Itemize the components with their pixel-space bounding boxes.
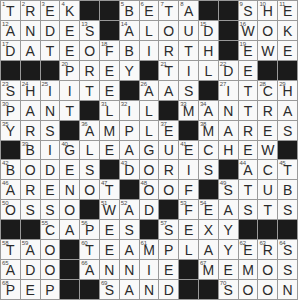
cell-r12c11[interactable]: X (199, 220, 218, 239)
cell-r10c1[interactable]: 46A (1, 180, 20, 199)
cell-letter: T (264, 203, 273, 219)
cell-r6c14[interactable]: R (258, 101, 277, 120)
clue-number: 54 (200, 200, 206, 207)
clue-number: 36 (81, 121, 87, 128)
cell-r3c2[interactable]: A (21, 41, 40, 60)
black-cell-r12c14 (258, 220, 277, 239)
cell-r11c12[interactable]: A (219, 200, 238, 219)
cell-letter: E (105, 243, 114, 259)
clue-number: 16 (240, 21, 246, 28)
cell-r10c13[interactable]: T (239, 180, 258, 199)
cell-r1c2[interactable]: 2R (21, 1, 40, 20)
cell-r10c14[interactable]: U (258, 180, 277, 199)
cell-letter: N (25, 24, 35, 40)
cell-r1c15[interactable]: 11E (278, 1, 297, 20)
cell-letter: O (144, 163, 155, 179)
cell-r3c7[interactable]: B (120, 41, 139, 60)
clue-number: 63 (259, 240, 265, 247)
cell-r8c5[interactable]: L (80, 141, 99, 160)
cell-r8c7[interactable]: A (120, 141, 139, 160)
cell-r15c14[interactable]: O (258, 280, 277, 299)
cell-r12c5[interactable]: 56P (80, 220, 99, 239)
clue-number: 44 (240, 160, 246, 167)
cell-r15c2[interactable]: E (21, 280, 40, 299)
cell-r15c15[interactable]: N (278, 280, 297, 299)
clue-number: 46 (2, 180, 8, 187)
crossword-grid: 1T2R3E4K5B6E7T8A9S10H11E12ANDE13S14ALOU1… (0, 0, 298, 300)
cell-r15c7[interactable]: A (120, 280, 139, 299)
black-cell-r10c11 (199, 180, 218, 199)
cell-r6c7[interactable]: 32I (120, 101, 139, 120)
cell-r3c15[interactable]: E (278, 41, 297, 60)
cell-r14c12[interactable]: E (219, 260, 238, 279)
cell-letter: E (283, 44, 292, 60)
clue-number: 27 (220, 81, 226, 88)
cell-r1c14[interactable]: 10H (258, 1, 277, 20)
cell-r15c1[interactable]: 68P (1, 280, 20, 299)
cell-r6c6[interactable]: 31L (100, 101, 119, 120)
cell-r11c7[interactable]: 52A (120, 200, 139, 219)
cell-r12c7[interactable]: S (120, 220, 139, 239)
cell-r15c6[interactable]: 69S (100, 280, 119, 299)
cell-letter: N (45, 104, 55, 120)
cell-letter: T (244, 104, 253, 120)
black-cell-r2c12 (219, 21, 238, 40)
cell-r8c11[interactable]: C (199, 141, 218, 160)
clue-number: 66 (81, 260, 87, 267)
clue-number: 61 (141, 240, 147, 247)
cell-r11c11[interactable]: 54E (199, 200, 218, 219)
black-cell-r15c5 (80, 280, 99, 299)
cell-r5c14[interactable]: 28C (258, 81, 277, 100)
cell-r8c13[interactable]: E (239, 141, 258, 160)
cell-letter: L (204, 64, 212, 80)
cell-letter: I (68, 84, 72, 100)
clue-number: 47 (101, 180, 107, 187)
cell-r2c14[interactable]: O (258, 21, 277, 40)
cell-letter: I (226, 84, 230, 100)
cell-letter: C (203, 143, 213, 159)
cell-r5c15[interactable]: 29H (278, 81, 297, 100)
cell-r10c4[interactable]: N (60, 180, 79, 199)
cell-r9c14[interactable]: C (258, 160, 277, 179)
cell-letter: S (204, 163, 213, 179)
clue-number: 52 (121, 200, 127, 207)
cell-r13c5[interactable]: 60T (80, 240, 99, 259)
cell-r6c8[interactable]: L (140, 101, 159, 120)
cell-r7c1[interactable]: 35Y (1, 121, 20, 140)
cell-r1c3[interactable]: 3E (41, 1, 60, 20)
black-cell-r12c8 (140, 220, 159, 239)
clue-number: 55 (42, 220, 48, 227)
cell-r5c5[interactable]: T (80, 81, 99, 100)
clue-number: 65 (2, 260, 8, 267)
cell-r9c7[interactable]: 43D (120, 160, 139, 179)
black-cell-r4c14 (258, 61, 277, 80)
cell-r2c15[interactable]: K (278, 21, 297, 40)
cell-r8c12[interactable]: H (219, 141, 238, 160)
cell-r14c5[interactable]: 66A (80, 260, 99, 279)
cell-r8c3[interactable]: I (41, 141, 60, 160)
clue-number: 37 (160, 121, 166, 128)
cell-letter: A (65, 223, 74, 239)
cell-r7c6[interactable]: M (100, 121, 119, 140)
cell-r7c8[interactable]: L (140, 121, 159, 140)
cell-r1c9[interactable]: 7T (159, 1, 178, 20)
cell-r2c8[interactable]: L (140, 21, 159, 40)
cell-letter: L (145, 124, 153, 140)
clue-number: 45 (279, 160, 285, 167)
cell-r9c10[interactable]: I (179, 160, 198, 179)
cell-r10c3[interactable]: E (41, 180, 60, 199)
black-cell-r12c13 (239, 220, 258, 239)
cell-letter: T (165, 4, 174, 20)
cell-r12c6[interactable]: E (100, 220, 119, 239)
cell-r6c2[interactable]: A (21, 101, 40, 120)
cell-r13c14[interactable]: 63R (258, 240, 277, 259)
cell-r1c13[interactable]: 9S (239, 1, 258, 20)
cell-r13c1[interactable]: 58T (1, 240, 20, 259)
cell-letter: I (187, 64, 191, 80)
black-cell-r7c10 (179, 121, 198, 140)
cell-r12c9[interactable]: 57S (159, 220, 178, 239)
cell-r13c6[interactable]: E (100, 240, 119, 259)
clue-number: 18 (101, 41, 107, 48)
cell-r1c7[interactable]: 5B (120, 1, 139, 20)
cell-r3c1[interactable]: 17D (1, 41, 20, 60)
cell-r1c4[interactable]: 4K (60, 1, 79, 20)
black-cell-r9c12 (219, 160, 238, 179)
cell-letter: A (184, 4, 193, 20)
cell-r4c5[interactable]: R (80, 61, 99, 80)
cell-r3c13[interactable]: 19E (239, 41, 258, 60)
cell-r10c15[interactable]: B (278, 180, 297, 199)
cell-r5c10[interactable]: S (179, 81, 198, 100)
cell-letter: N (144, 283, 154, 299)
cell-letter: P (45, 283, 54, 299)
cell-r13c10[interactable]: L (179, 240, 198, 259)
cell-r8c14[interactable]: W (258, 141, 277, 160)
cell-r8c10[interactable]: 41E (179, 141, 198, 160)
cell-letter: A (125, 243, 134, 259)
cell-r2c2[interactable]: N (21, 21, 40, 40)
cell-r4c6[interactable]: E (100, 61, 119, 80)
cell-r6c11[interactable]: 34A (199, 101, 218, 120)
black-cell-r6c9 (159, 101, 178, 120)
black-cell-r15c11 (199, 280, 218, 299)
cell-r9c2[interactable]: O (21, 160, 40, 179)
cell-r6c15[interactable]: A (278, 101, 297, 120)
cell-r11c1[interactable]: 50O (1, 200, 20, 219)
cell-r6c12[interactable]: N (219, 101, 238, 120)
cell-r7c9[interactable]: 37E (159, 121, 178, 140)
cell-letter: O (84, 183, 95, 199)
cell-letter: R (164, 44, 174, 60)
clue-number: 41 (180, 141, 186, 148)
cell-r13c9[interactable]: P (159, 240, 178, 259)
cell-r3c5[interactable]: O (80, 41, 99, 60)
cell-r1c10[interactable]: 8A (179, 1, 198, 20)
cell-r14c13[interactable]: M (239, 260, 258, 279)
cell-r2c4[interactable]: E (60, 21, 79, 40)
cell-r11c6[interactable]: 51W (100, 200, 119, 219)
black-cell-r15c4 (60, 280, 79, 299)
cell-r15c3[interactable]: P (41, 280, 60, 299)
cell-letter: M (104, 124, 116, 140)
cell-r9c4[interactable]: E (60, 160, 79, 179)
clue-number: 48 (141, 180, 147, 187)
cell-r6c13[interactable]: T (239, 101, 258, 120)
cell-letter: O (262, 283, 273, 299)
cell-r4c9[interactable]: 21T (159, 61, 178, 80)
black-cell-r1c6 (100, 1, 119, 20)
cell-r1c8[interactable]: 6E (140, 1, 159, 20)
clue-number: 7 (160, 1, 163, 8)
cell-r11c13[interactable]: S (239, 200, 258, 219)
cell-r9c3[interactable]: D (41, 160, 60, 179)
clue-number: 1 (2, 1, 5, 8)
cell-letter: S (26, 203, 35, 219)
cell-r8c8[interactable]: G (140, 141, 159, 160)
cell-r4c7[interactable]: Y (120, 61, 139, 80)
cell-r14c15[interactable]: S (278, 260, 297, 279)
cell-r12c12[interactable]: Y (219, 220, 238, 239)
cell-r15c9[interactable]: D (159, 280, 178, 299)
cell-r7c14[interactable]: E (258, 121, 277, 140)
cell-r6c1[interactable]: 30P (1, 101, 20, 120)
cell-r5c3[interactable]: 25I (41, 81, 60, 100)
cell-r10c8[interactable]: 48O (140, 180, 159, 199)
clue-number: 17 (2, 41, 8, 48)
cell-letter: T (6, 4, 15, 20)
cell-r2c1[interactable]: 12A (1, 21, 20, 40)
cell-r10c9[interactable]: O (159, 180, 178, 199)
cell-letter: E (105, 223, 114, 239)
cell-r5c6[interactable]: E (100, 81, 119, 100)
cell-r4c13[interactable]: E (239, 61, 258, 80)
cell-r3c4[interactable]: E (60, 41, 79, 60)
cell-letter: S (45, 203, 54, 219)
cell-r3c6[interactable]: 18F (100, 41, 119, 60)
cell-letter: C (263, 163, 273, 179)
cell-letter: S (45, 124, 54, 140)
clue-number: 69 (101, 280, 107, 287)
cell-r10c10[interactable]: F (179, 180, 198, 199)
cell-r1c1[interactable]: 1T (1, 1, 20, 20)
clue-number: 33 (180, 101, 186, 108)
cell-r14c14[interactable]: O (258, 260, 277, 279)
clue-number: 64 (279, 240, 285, 247)
cell-letter: R (164, 163, 174, 179)
black-cell-r13c4 (60, 240, 79, 259)
cell-letter: R (25, 124, 35, 140)
cell-r3c11[interactable]: H (199, 41, 218, 60)
cell-r9c5[interactable]: S (80, 160, 99, 179)
cell-r13c15[interactable]: 64S (278, 240, 297, 259)
cell-r9c13[interactable]: 44A (239, 160, 258, 179)
cell-r13c12[interactable]: Y (219, 240, 238, 259)
cell-r11c10[interactable]: 53F (179, 200, 198, 219)
clue-number: 21 (160, 61, 166, 68)
cell-r3c9[interactable]: R (159, 41, 178, 60)
cell-r6c4[interactable]: T (60, 101, 79, 120)
cell-r4c11[interactable]: L (199, 61, 218, 80)
cell-letter: P (164, 243, 173, 259)
cell-letter: I (127, 104, 131, 120)
black-cell-r11c9 (159, 200, 178, 219)
cell-letter: E (105, 64, 114, 80)
cell-r6c3[interactable]: N (41, 101, 60, 120)
cell-r8c4[interactable]: 40G (60, 141, 79, 160)
cell-r8c6[interactable]: E (100, 141, 119, 160)
cell-r5c8[interactable]: 26A (140, 81, 159, 100)
cell-letter: O (25, 163, 36, 179)
black-cell-r4c1 (1, 61, 20, 80)
cell-r2c3[interactable]: D (41, 21, 60, 40)
cell-r6c10[interactable]: 33M (179, 101, 198, 120)
cell-r7c7[interactable]: P (120, 121, 139, 140)
black-cell-r4c2 (21, 61, 40, 80)
cell-letter: D (45, 163, 55, 179)
cell-letter: R (263, 104, 273, 120)
black-cell-r9c6 (100, 160, 119, 179)
cell-r15c12[interactable]: 70S (219, 280, 238, 299)
cell-letter: S (184, 84, 193, 100)
clue-number: 68 (2, 280, 8, 287)
cell-r7c12[interactable]: A (219, 121, 238, 140)
cell-r14c6[interactable]: N (100, 260, 119, 279)
cell-r14c9[interactable]: E (159, 260, 178, 279)
cell-r11c14[interactable]: T (258, 200, 277, 219)
cell-letter: S (283, 203, 292, 219)
clue-number: 57 (160, 220, 166, 227)
cell-letter: A (204, 243, 213, 259)
cell-r15c8[interactable]: N (140, 280, 159, 299)
cell-r5c9[interactable]: A (159, 81, 178, 100)
cell-r3c14[interactable]: W (258, 41, 277, 60)
cell-r13c3[interactable]: O (41, 240, 60, 259)
cell-r5c2[interactable]: 24H (21, 81, 40, 100)
cell-r10c5[interactable]: O (80, 180, 99, 199)
cell-r11c8[interactable]: D (140, 200, 159, 219)
cell-r3c3[interactable]: T (41, 41, 60, 60)
clue-number: 26 (141, 81, 147, 88)
cell-r12c4[interactable]: A (60, 220, 79, 239)
cell-r14c8[interactable]: I (140, 260, 159, 279)
cell-letter: N (104, 263, 114, 279)
cell-r9c1[interactable]: 42B (1, 160, 20, 179)
cell-r7c3[interactable]: S (41, 121, 60, 140)
cell-r11c15[interactable]: S (278, 200, 297, 219)
black-cell-r12c1 (1, 220, 20, 239)
cell-r14c11[interactable]: 67M (199, 260, 218, 279)
cell-r2c11[interactable]: 15D (199, 21, 218, 40)
cell-letter: U (184, 24, 194, 40)
cell-r13c11[interactable]: A (199, 240, 218, 259)
cell-r4c4[interactable]: 20P (60, 61, 79, 80)
cell-r15c13[interactable]: O (239, 280, 258, 299)
cell-r4c12[interactable]: 22D (219, 61, 238, 80)
cell-r4c10[interactable]: I (179, 61, 198, 80)
cell-r10c12[interactable]: 49S (219, 180, 238, 199)
cell-letter: T (66, 104, 75, 120)
cell-r7c2[interactable]: R (21, 121, 40, 140)
cell-letter: T (46, 44, 55, 60)
cell-letter: L (145, 24, 153, 40)
clue-number: 19 (240, 41, 246, 48)
cell-r2c13[interactable]: 16W (239, 21, 258, 40)
cell-r14c1[interactable]: 65A (1, 260, 20, 279)
cell-r12c3[interactable]: 55C (41, 220, 60, 239)
cell-r3c10[interactable]: T (179, 41, 198, 60)
cell-r13c7[interactable]: A (120, 240, 139, 259)
cell-letter: N (223, 104, 233, 120)
cell-r5c1[interactable]: 23S (1, 81, 20, 100)
cell-r10c2[interactable]: R (21, 180, 40, 199)
cell-letter: O (64, 203, 75, 219)
cell-letter: O (262, 24, 273, 40)
cell-r7c13[interactable]: R (239, 121, 258, 140)
cell-letter: E (45, 4, 54, 20)
cell-r14c2[interactable]: D (21, 260, 40, 279)
black-cell-r7c4 (60, 121, 79, 140)
cell-r2c5[interactable]: 13S (80, 21, 99, 40)
cell-r2c7[interactable]: 14A (120, 21, 139, 40)
cell-r11c3[interactable]: S (41, 200, 60, 219)
cell-r7c11[interactable]: 38M (199, 121, 218, 140)
cell-r2c9[interactable]: O (159, 21, 178, 40)
cell-r14c3[interactable]: O (41, 260, 60, 279)
cell-letter: A (283, 104, 292, 120)
cell-r11c4[interactable]: O (60, 200, 79, 219)
cell-r9c9[interactable]: R (159, 160, 178, 179)
cell-letter: E (144, 4, 153, 20)
black-cell-r14c4 (60, 260, 79, 279)
clue-number: 11 (279, 1, 285, 8)
cell-letter: T (85, 84, 94, 100)
cell-letter: H (223, 143, 233, 159)
cell-r9c8[interactable]: O (140, 160, 159, 179)
cell-r13c2[interactable]: 59A (21, 240, 40, 259)
cell-r8c9[interactable]: U (159, 141, 178, 160)
cell-r13c8[interactable]: 61M (140, 240, 159, 259)
cell-r5c12[interactable]: 27I (219, 81, 238, 100)
clue-number: 34 (200, 101, 206, 108)
cell-r9c15[interactable]: 45T (278, 160, 297, 179)
cell-letter: K (283, 24, 292, 40)
cell-letter: A (224, 124, 233, 140)
cell-letter: S (85, 163, 94, 179)
cell-r10c6[interactable]: 47T (100, 180, 119, 199)
cell-r7c15[interactable]: S (278, 121, 297, 140)
cell-r7c5[interactable]: 36A (80, 121, 99, 140)
cell-r8c2[interactable]: 39B (21, 141, 40, 160)
cell-letter: L (86, 143, 94, 159)
cell-letter: Y (125, 64, 134, 80)
clue-number: 56 (81, 220, 87, 227)
cell-r13c13[interactable]: 62E (239, 240, 258, 259)
black-cell-r1c5 (80, 1, 99, 20)
cell-r9c11[interactable]: S (199, 160, 218, 179)
cell-r14c7[interactable]: N (120, 260, 139, 279)
cell-r3c8[interactable]: I (140, 41, 159, 60)
cell-r5c4[interactable]: I (60, 81, 79, 100)
cell-r5c13[interactable]: T (239, 81, 258, 100)
cell-r2c10[interactable]: U (179, 21, 198, 40)
cell-r12c10[interactable]: E (179, 220, 198, 239)
clue-number: 10 (259, 1, 265, 8)
cell-r11c2[interactable]: S (21, 200, 40, 219)
